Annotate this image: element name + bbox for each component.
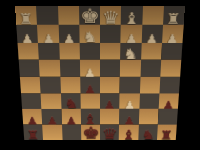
square-d1[interactable]: ♛ (100, 6, 121, 25)
square-h3[interactable] (18, 43, 40, 60)
square-b8[interactable]: ♞ (138, 125, 158, 140)
square-e3[interactable] (79, 43, 100, 60)
square-h6[interactable] (21, 93, 42, 109)
black-rook-h8[interactable]: ♜ (27, 130, 41, 142)
black-knight-b8[interactable]: ♞ (140, 129, 154, 141)
square-b7[interactable] (138, 109, 158, 124)
black-rook-a8[interactable]: ♜ (160, 130, 174, 142)
square-c6[interactable]: ♟ (119, 93, 139, 109)
square-d5[interactable] (100, 77, 120, 93)
square-d3[interactable] (100, 43, 121, 60)
square-h1[interactable]: ♜ (15, 6, 37, 25)
square-c4[interactable] (120, 60, 141, 77)
square-e5[interactable]: ♟ (80, 77, 100, 93)
square-e7[interactable]: ♝ (81, 109, 100, 124)
square-a2[interactable]: ♟ (162, 25, 184, 43)
square-e6[interactable] (80, 93, 100, 109)
square-a3[interactable] (161, 43, 183, 60)
square-b2[interactable]: ♟ (141, 25, 163, 43)
square-a1[interactable]: ♜ (163, 6, 185, 25)
square-a7[interactable] (158, 109, 178, 124)
chess-board: ♜♚♛♝♜♟♟♟♞♟♟♟♞♟♟♞♟♟♟♟♟♟♝♟♜♚♛♝♞♜ (15, 6, 185, 140)
square-a8[interactable]: ♜ (157, 125, 177, 140)
square-b5[interactable] (139, 77, 160, 93)
square-h4[interactable] (19, 60, 40, 77)
square-b6[interactable] (139, 93, 159, 109)
square-f5[interactable] (60, 77, 80, 93)
square-f2[interactable]: ♟ (58, 25, 79, 43)
white-king-e1[interactable]: ♚ (80, 7, 100, 27)
square-a6[interactable]: ♟ (158, 93, 179, 109)
square-f4[interactable] (59, 60, 80, 77)
square-c8[interactable]: ♝ (119, 125, 138, 140)
square-d8[interactable]: ♛ (100, 125, 119, 140)
square-b3[interactable] (141, 43, 162, 60)
square-c2[interactable]: ♟ (121, 25, 142, 43)
square-b4[interactable] (140, 60, 161, 77)
square-g8[interactable] (42, 125, 62, 140)
square-h2[interactable]: ♟ (16, 25, 38, 43)
square-d4[interactable] (100, 60, 120, 77)
square-b1[interactable] (142, 6, 164, 25)
square-g3[interactable] (38, 43, 59, 60)
square-d2[interactable] (100, 25, 121, 43)
square-d6[interactable]: ♟ (100, 93, 120, 109)
square-h5[interactable] (20, 77, 41, 93)
square-e8[interactable]: ♚ (81, 125, 100, 140)
square-f7[interactable]: ♟ (61, 109, 81, 124)
square-a4[interactable] (160, 60, 181, 77)
square-g4[interactable] (39, 60, 60, 77)
chess-app-viewport: ♜♚♛♝♜♟♟♟♞♟♟♟♞♟♟♞♟♟♟♟♟♟♝♟♜♚♛♝♞♜ (0, 0, 200, 150)
square-c3[interactable]: ♞ (120, 43, 141, 60)
black-bishop-c8[interactable]: ♝ (121, 128, 136, 141)
square-g5[interactable] (40, 77, 61, 93)
square-h7[interactable]: ♟ (22, 109, 42, 124)
black-king-e8[interactable]: ♚ (81, 125, 99, 141)
square-c1[interactable]: ♝ (121, 6, 143, 25)
square-h8[interactable]: ♜ (23, 125, 43, 140)
square-e2[interactable]: ♞ (79, 25, 100, 43)
square-g2[interactable]: ♟ (37, 25, 59, 43)
square-g6[interactable] (41, 93, 61, 109)
square-g7[interactable]: ♟ (42, 109, 62, 124)
square-f8[interactable] (62, 125, 81, 140)
square-e1[interactable]: ♚ (79, 6, 100, 25)
square-c7[interactable]: ♟ (119, 109, 139, 124)
square-c5[interactable] (120, 77, 140, 93)
square-f3[interactable] (59, 43, 80, 60)
square-e4[interactable]: ♟ (80, 60, 100, 77)
square-f6[interactable]: ♞ (61, 93, 81, 109)
square-f1[interactable] (58, 6, 80, 25)
square-g1[interactable] (36, 6, 58, 25)
black-queen-d8[interactable]: ♛ (101, 127, 117, 142)
square-a5[interactable] (159, 77, 180, 93)
square-d7[interactable] (100, 109, 119, 124)
